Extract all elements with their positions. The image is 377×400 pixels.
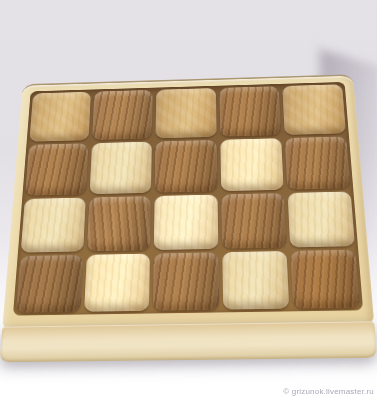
cube-r2c2-light[interactable] xyxy=(90,142,152,195)
cube-r3c1-light[interactable] xyxy=(21,198,86,253)
tray-surface xyxy=(2,74,374,327)
cube-r1c4-dark[interactable] xyxy=(219,86,281,137)
cube-r3c5-light[interactable] xyxy=(287,192,355,248)
cube-r2c1-dark[interactable] xyxy=(25,143,88,195)
cube-r4c5-dark[interactable] xyxy=(290,250,360,309)
tray-front-face xyxy=(0,321,377,362)
watermark: © grizunok.livemaster.ru xyxy=(283,387,374,397)
cube-r2c3-dark[interactable] xyxy=(155,140,217,193)
cube-r3c2-dark[interactable] xyxy=(87,196,151,251)
cube-grid xyxy=(13,82,363,316)
cube-r4c2-light[interactable] xyxy=(84,254,150,312)
cube-r1c3-light[interactable] xyxy=(156,88,216,138)
cube-r2c5-dark[interactable] xyxy=(285,136,351,189)
cube-r1c5-light[interactable] xyxy=(282,84,346,135)
cube-r3c3-light[interactable] xyxy=(154,195,218,250)
cube-r2c4-light[interactable] xyxy=(220,138,283,191)
cube-r4c3-dark[interactable] xyxy=(153,252,219,310)
cube-r3c4-dark[interactable] xyxy=(221,193,286,249)
cube-r4c1-dark[interactable] xyxy=(16,255,83,313)
cube-r1c2-dark[interactable] xyxy=(92,90,153,140)
cube-r4c4-light[interactable] xyxy=(222,251,289,310)
photo-scene: © grizunok.livemaster.ru xyxy=(0,0,377,400)
cube-r1c1-light[interactable] xyxy=(29,92,91,142)
wooden-tray xyxy=(0,74,377,362)
